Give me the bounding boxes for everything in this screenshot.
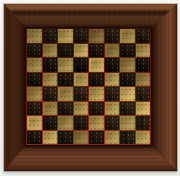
- square-e6: [89, 58, 104, 72]
- square-d8: [74, 29, 89, 43]
- square-h7: [136, 44, 151, 58]
- square-g4: [120, 87, 135, 101]
- square-b4: [43, 87, 58, 101]
- square-c5: [58, 73, 73, 87]
- square-a6: [27, 58, 42, 72]
- square-d4: [74, 87, 89, 101]
- square-b8: [43, 29, 58, 43]
- square-f2: [105, 116, 120, 130]
- square-a4: [27, 87, 42, 101]
- square-e7: [89, 44, 104, 58]
- frame-bottom-rail: [4, 146, 177, 171]
- frame-right-rail: [152, 4, 177, 171]
- product-photo-background: [0, 0, 180, 176]
- square-e2: [89, 116, 104, 130]
- square-h5: [136, 73, 151, 87]
- square-a1: [27, 131, 42, 145]
- square-h3: [136, 102, 151, 116]
- square-b2: [43, 116, 58, 130]
- square-g2: [120, 116, 135, 130]
- square-f1: [105, 131, 120, 145]
- square-f6: [105, 58, 120, 72]
- frame-left-rail: [4, 4, 25, 171]
- square-a3: [27, 102, 42, 116]
- square-h8: [136, 29, 151, 43]
- square-h4: [136, 87, 151, 101]
- square-b7: [43, 44, 58, 58]
- square-e4: [89, 87, 104, 101]
- square-h2: [136, 116, 151, 130]
- square-h6: [136, 58, 151, 72]
- square-f7: [105, 44, 120, 58]
- square-a8: [27, 29, 42, 43]
- square-a5: [27, 73, 42, 87]
- square-d7: [74, 44, 89, 58]
- square-g8: [120, 29, 135, 43]
- square-d3: [74, 102, 89, 116]
- square-d6: [74, 58, 89, 72]
- square-f3: [105, 102, 120, 116]
- square-b1: [43, 131, 58, 145]
- square-h1: [136, 131, 151, 145]
- square-c2: [58, 116, 73, 130]
- square-e3: [89, 102, 104, 116]
- square-e1: [89, 131, 104, 145]
- square-e5: [89, 73, 104, 87]
- square-f8: [105, 29, 120, 43]
- checkerboard: [27, 29, 150, 144]
- square-c1: [58, 131, 73, 145]
- square-g1: [120, 131, 135, 145]
- board-well: [25, 27, 152, 146]
- square-d1: [74, 131, 89, 145]
- square-f5: [105, 73, 120, 87]
- square-g7: [120, 44, 135, 58]
- square-c3: [58, 102, 73, 116]
- square-d5: [74, 73, 89, 87]
- square-c8: [58, 29, 73, 43]
- square-b3: [43, 102, 58, 116]
- square-c6: [58, 58, 73, 72]
- square-e8: [89, 29, 104, 43]
- square-b6: [43, 58, 58, 72]
- square-d2: [74, 116, 89, 130]
- square-c7: [58, 44, 73, 58]
- square-f4: [105, 87, 120, 101]
- frame-top-rail: [4, 4, 177, 27]
- square-c4: [58, 87, 73, 101]
- square-g5: [120, 73, 135, 87]
- square-g3: [120, 102, 135, 116]
- square-a2: [27, 116, 42, 130]
- square-a7: [27, 44, 42, 58]
- square-g6: [120, 58, 135, 72]
- square-b5: [43, 73, 58, 87]
- wooden-frame: [4, 4, 177, 171]
